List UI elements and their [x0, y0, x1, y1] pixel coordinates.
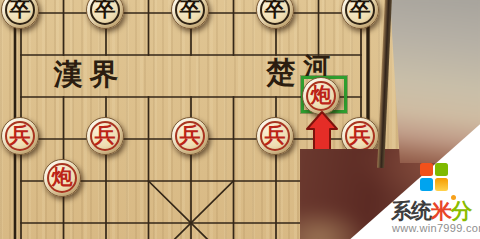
site-name-red: 米 — [431, 199, 451, 222]
piece-black-f9r4[interactable]: 卒 — [341, 0, 379, 29]
river-label: 漢 — [54, 55, 83, 95]
piece-character: 兵 — [2, 118, 38, 154]
piece-red-f5r7[interactable]: 兵 — [171, 117, 209, 155]
piece-black-f1r4[interactable]: 卒 — [1, 0, 39, 29]
site-name: 系统米分 — [391, 197, 471, 225]
board-right-edge-shadow — [377, 0, 392, 168]
piece-red-f2r8[interactable]: 炮 — [43, 159, 81, 197]
piece-character: 卒 — [342, 0, 378, 28]
river-label: 界 — [90, 55, 119, 95]
piece-character: 兵 — [172, 118, 208, 154]
piece-character: 卒 — [87, 0, 123, 28]
piece-red-f3r7[interactable]: 兵 — [86, 117, 124, 155]
piece-character: 卒 — [172, 0, 208, 28]
piece-character: 兵 — [87, 118, 123, 154]
piece-character: 炮 — [303, 78, 339, 114]
piece-character: 卒 — [257, 0, 293, 28]
site-name-green: 分 — [451, 199, 471, 222]
piece-character: 炮 — [44, 160, 80, 196]
piece-black-f5r4[interactable]: 卒 — [171, 0, 209, 29]
piece-black-f3r4[interactable]: 卒 — [86, 0, 124, 29]
piece-character: 兵 — [257, 118, 293, 154]
site-url: www.win7999.com — [392, 222, 480, 234]
river-label: 楚 — [267, 53, 296, 93]
xiangqi-board-screenshot: 漢界楚河 卒卒卒卒卒炮兵兵兵兵兵炮 系统米分 www.win7999.com — [0, 0, 480, 239]
piece-black-f7r4[interactable]: 卒 — [256, 0, 294, 29]
site-logo-icon — [420, 163, 448, 191]
site-name-gray: 系统 — [391, 199, 431, 222]
piece-character: 卒 — [2, 0, 38, 28]
site-name-accent-dot — [451, 195, 456, 200]
piece-red-f1r7[interactable]: 兵 — [1, 117, 39, 155]
piece-red-f8r6[interactable]: 炮 — [302, 77, 340, 115]
piece-red-f7r7[interactable]: 兵 — [256, 117, 294, 155]
